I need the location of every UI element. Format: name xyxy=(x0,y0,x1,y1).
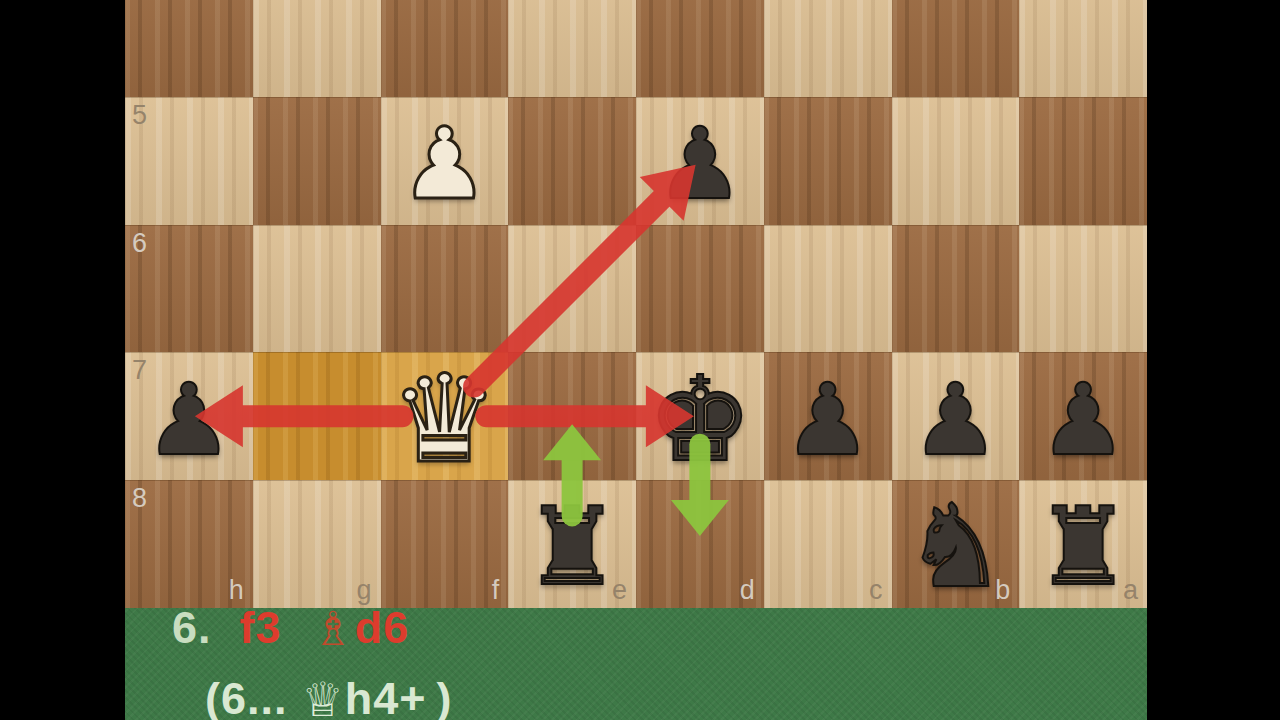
black-king[interactable]: ♚ xyxy=(647,360,753,478)
square-f7[interactable]: ♛ xyxy=(381,352,509,480)
square-g4[interactable] xyxy=(253,0,381,97)
square-e5[interactable] xyxy=(508,97,636,225)
square-a5[interactable] xyxy=(1019,97,1147,225)
square-c5[interactable] xyxy=(764,97,892,225)
square-d5[interactable]: ♟ xyxy=(636,97,764,225)
variation-prefix: (6... xyxy=(205,673,288,720)
square-g7[interactable] xyxy=(253,352,381,480)
file-label-d: d xyxy=(740,577,755,604)
black-knight[interactable]: ♞ xyxy=(904,489,1007,604)
square-b7[interactable]: ♟ xyxy=(892,352,1020,480)
rank-label-6: 6 xyxy=(132,230,147,257)
square-f8[interactable]: f xyxy=(381,480,509,608)
black-pawn[interactable]: ♟ xyxy=(655,114,744,213)
black-pawn[interactable]: ♟ xyxy=(144,370,233,469)
square-c8[interactable]: c xyxy=(764,480,892,608)
square-g6[interactable] xyxy=(253,225,381,353)
square-b4[interactable] xyxy=(892,0,1020,97)
square-h7[interactable]: 7♟ xyxy=(125,352,253,480)
black-move-d6: d6 xyxy=(355,608,410,654)
square-a6[interactable] xyxy=(1019,225,1147,353)
square-c4[interactable] xyxy=(764,0,892,97)
queen-figurine-icon: ♕ xyxy=(302,672,345,720)
move-line-main: 6. f3 ♗ d6 xyxy=(172,608,409,654)
video-frame: 5♟♟67♟♛♚♟♟♟8hgfe♜dcb♞a♜ 6. f3 ♗ d6 (6...… xyxy=(0,0,1280,720)
square-h8[interactable]: 8h xyxy=(125,480,253,608)
variation-move-qh4: h4+ xyxy=(345,673,427,720)
square-d8[interactable]: d xyxy=(636,480,764,608)
square-h4[interactable] xyxy=(125,0,253,97)
square-g5[interactable] xyxy=(253,97,381,225)
white-queen[interactable]: ♛ xyxy=(390,359,498,480)
black-pawn[interactable]: ♟ xyxy=(911,370,1000,469)
move-number: 6. xyxy=(172,608,212,654)
square-a8[interactable]: a♜ xyxy=(1019,480,1147,608)
square-h6[interactable]: 6 xyxy=(125,225,253,353)
square-a7[interactable]: ♟ xyxy=(1019,352,1147,480)
square-b8[interactable]: b♞ xyxy=(892,480,1020,608)
square-d4[interactable] xyxy=(636,0,764,97)
move-line-variation: (6... ♕ h4+ ) xyxy=(205,670,452,720)
square-c6[interactable] xyxy=(764,225,892,353)
square-d6[interactable] xyxy=(636,225,764,353)
square-g8[interactable]: g xyxy=(253,480,381,608)
square-f6[interactable] xyxy=(381,225,509,353)
square-e4[interactable] xyxy=(508,0,636,97)
square-a4[interactable] xyxy=(1019,0,1147,97)
square-f4[interactable] xyxy=(381,0,509,97)
square-f5[interactable]: ♟ xyxy=(381,97,509,225)
move-notation-bar: 6. f3 ♗ d6 (6... ♕ h4+ ) xyxy=(125,608,1147,720)
file-label-h: h xyxy=(229,577,244,604)
variation-suffix: ) xyxy=(436,673,452,720)
bishop-figurine-icon: ♗ xyxy=(312,608,355,656)
square-e7[interactable] xyxy=(508,352,636,480)
rank-label-8: 8 xyxy=(132,485,147,512)
black-pawn[interactable]: ♟ xyxy=(783,370,872,469)
square-h5[interactable]: 5 xyxy=(125,97,253,225)
black-rook[interactable]: ♜ xyxy=(524,493,621,601)
square-c7[interactable]: ♟ xyxy=(764,352,892,480)
chess-board: 5♟♟67♟♛♚♟♟♟8hgfe♜dcb♞a♜ xyxy=(125,0,1147,611)
square-b5[interactable] xyxy=(892,97,1020,225)
square-e8[interactable]: e♜ xyxy=(508,480,636,608)
file-label-c: c xyxy=(869,577,883,604)
file-label-g: g xyxy=(356,577,371,604)
square-d7[interactable]: ♚ xyxy=(636,352,764,480)
white-pawn[interactable]: ♟ xyxy=(400,114,489,213)
file-label-f: f xyxy=(492,577,500,604)
square-b6[interactable] xyxy=(892,225,1020,353)
square-e6[interactable] xyxy=(508,225,636,353)
white-move-f3: f3 xyxy=(240,608,282,654)
rank-label-5: 5 xyxy=(132,102,147,129)
black-rook[interactable]: ♜ xyxy=(1035,493,1132,601)
black-pawn[interactable]: ♟ xyxy=(1039,370,1128,469)
